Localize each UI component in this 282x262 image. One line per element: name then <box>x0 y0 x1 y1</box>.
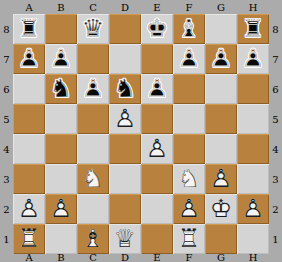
file-labels-top: ABCDEFGH <box>13 0 269 14</box>
rank-label-4-right: 4 <box>269 134 282 164</box>
piece-glyph-line: ♙ <box>13 194 45 224</box>
square-a3[interactable] <box>13 164 45 194</box>
square-g1[interactable] <box>205 224 237 254</box>
square-c4[interactable] <box>77 134 109 164</box>
file-label-d-bottom: D <box>109 252 141 262</box>
piece-black-knight[interactable]: ♞♘ <box>109 74 141 104</box>
file-label-f-top: F <box>173 0 205 14</box>
square-d5[interactable]: ♟♙ <box>109 104 141 134</box>
file-label-b-bottom: B <box>45 252 77 262</box>
piece-black-queen[interactable]: ♛♕ <box>77 14 109 44</box>
rank-label-8-right: 8 <box>269 14 282 44</box>
rank-labels-left: 87654321 <box>0 14 13 254</box>
piece-glyph-line: ♘ <box>45 74 77 104</box>
rank-label-4-left: 4 <box>0 134 13 164</box>
rank-label-2-right: 2 <box>269 194 282 224</box>
rank-label-2-left: 2 <box>0 194 13 224</box>
piece-glyph-line: ♙ <box>237 44 269 74</box>
file-label-g-top: G <box>205 0 237 14</box>
piece-glyph-line: ♖ <box>13 14 45 44</box>
piece-glyph-line: ♙ <box>237 194 269 224</box>
square-d4[interactable] <box>109 134 141 164</box>
file-label-h-bottom: H <box>237 252 269 262</box>
square-f5[interactable] <box>173 104 205 134</box>
square-e1[interactable] <box>141 224 173 254</box>
piece-white-pawn[interactable]: ♟♙ <box>141 134 173 164</box>
square-h2[interactable]: ♟♙ <box>237 194 269 224</box>
rank-label-7-right: 7 <box>269 44 282 74</box>
square-a8[interactable]: ♜♖ <box>13 14 45 44</box>
rank-label-1-right: 1 <box>269 224 282 254</box>
square-g2[interactable]: ♚♔ <box>205 194 237 224</box>
piece-glyph-line: ♗ <box>173 14 205 44</box>
piece-glyph-line: ♙ <box>77 74 109 104</box>
square-a6[interactable] <box>13 74 45 104</box>
rank-label-6-right: 6 <box>269 74 282 104</box>
piece-white-knight[interactable]: ♞♘ <box>77 164 109 194</box>
square-a5[interactable] <box>13 104 45 134</box>
rank-label-3-left: 3 <box>0 164 13 194</box>
square-d7[interactable] <box>109 44 141 74</box>
square-b8[interactable] <box>45 14 77 44</box>
square-h7[interactable]: ♟♙ <box>237 44 269 74</box>
square-c8[interactable]: ♛♕ <box>77 14 109 44</box>
piece-glyph-line: ♕ <box>109 224 141 254</box>
square-e2[interactable] <box>141 194 173 224</box>
piece-glyph-line: ♘ <box>173 164 205 194</box>
square-b1[interactable] <box>45 224 77 254</box>
file-label-d-top: D <box>109 0 141 14</box>
chess-board: ♜♖♛♕♚♔♝♗♜♖♟♙♟♙♟♙♟♙♟♙♞♘♟♙♞♘♟♙♟♙♟♙♞♘♞♘♟♙♟♙… <box>13 14 269 254</box>
piece-glyph-line: ♘ <box>77 164 109 194</box>
rank-label-1-left: 1 <box>0 224 13 254</box>
square-b4[interactable] <box>45 134 77 164</box>
piece-glyph-line: ♖ <box>237 14 269 44</box>
square-a2[interactable]: ♟♙ <box>13 194 45 224</box>
piece-black-pawn[interactable]: ♟♙ <box>77 74 109 104</box>
piece-glyph-line: ♙ <box>141 74 173 104</box>
square-h6[interactable] <box>237 74 269 104</box>
piece-white-pawn[interactable]: ♟♙ <box>205 164 237 194</box>
piece-black-rook[interactable]: ♜♖ <box>237 14 269 44</box>
square-d1[interactable]: ♛♕ <box>109 224 141 254</box>
rank-label-7-left: 7 <box>0 44 13 74</box>
piece-black-pawn[interactable]: ♟♙ <box>45 44 77 74</box>
square-b3[interactable] <box>45 164 77 194</box>
rank-label-5-left: 5 <box>0 104 13 134</box>
square-c3[interactable]: ♞♘ <box>77 164 109 194</box>
piece-white-bishop[interactable]: ♝♗ <box>77 224 109 254</box>
square-d3[interactable] <box>109 164 141 194</box>
piece-white-knight[interactable]: ♞♘ <box>173 164 205 194</box>
rank-label-5-right: 5 <box>269 104 282 134</box>
piece-white-pawn[interactable]: ♟♙ <box>109 104 141 134</box>
square-c2[interactable] <box>77 194 109 224</box>
square-a1[interactable]: ♜♖ <box>13 224 45 254</box>
square-f2[interactable]: ♟♙ <box>173 194 205 224</box>
piece-black-pawn[interactable]: ♟♙ <box>13 44 45 74</box>
piece-glyph-line: ♙ <box>109 104 141 134</box>
file-label-c-top: C <box>77 0 109 14</box>
piece-white-pawn[interactable]: ♟♙ <box>13 194 45 224</box>
square-d8[interactable] <box>109 14 141 44</box>
piece-glyph-line: ♗ <box>77 224 109 254</box>
square-e6[interactable]: ♟♙ <box>141 74 173 104</box>
square-a4[interactable] <box>13 134 45 164</box>
file-label-c-bottom: C <box>77 252 109 262</box>
piece-white-rook[interactable]: ♜♖ <box>13 224 45 254</box>
rank-label-8-left: 8 <box>0 14 13 44</box>
file-label-e-top: E <box>141 0 173 14</box>
square-f3[interactable]: ♞♘ <box>173 164 205 194</box>
piece-black-rook[interactable]: ♜♖ <box>13 14 45 44</box>
chess-board-app: ABCDEFGH 87654321 ♜♖♛♕♚♔♝♗♜♖♟♙♟♙♟♙♟♙♟♙♞♘… <box>0 0 282 262</box>
piece-glyph-line: ♙ <box>173 44 205 74</box>
piece-white-pawn[interactable]: ♟♙ <box>237 194 269 224</box>
file-labels-bottom: ABCDEFGH <box>13 254 269 262</box>
piece-black-king[interactable]: ♚♔ <box>141 14 173 44</box>
rank-labels-right: 87654321 <box>269 14 282 254</box>
square-b7[interactable]: ♟♙ <box>45 44 77 74</box>
piece-glyph-line: ♙ <box>45 44 77 74</box>
piece-glyph-line: ♔ <box>205 194 237 224</box>
square-b5[interactable] <box>45 104 77 134</box>
square-f7[interactable]: ♟♙ <box>173 44 205 74</box>
square-h8[interactable]: ♜♖ <box>237 14 269 44</box>
square-f6[interactable] <box>173 74 205 104</box>
rank-label-6-left: 6 <box>0 74 13 104</box>
square-g8[interactable] <box>205 14 237 44</box>
piece-glyph-line: ♖ <box>13 224 45 254</box>
file-label-e-bottom: E <box>141 252 173 262</box>
piece-glyph-line: ♖ <box>173 224 205 254</box>
square-b2[interactable]: ♟♙ <box>45 194 77 224</box>
piece-black-pawn[interactable]: ♟♙ <box>205 44 237 74</box>
file-label-a-bottom: A <box>13 252 45 262</box>
square-h1[interactable] <box>237 224 269 254</box>
square-h4[interactable] <box>237 134 269 164</box>
piece-white-queen[interactable]: ♛♕ <box>109 224 141 254</box>
square-c5[interactable] <box>77 104 109 134</box>
piece-glyph-line: ♙ <box>13 44 45 74</box>
piece-glyph-line: ♘ <box>109 74 141 104</box>
piece-glyph-line: ♙ <box>45 194 77 224</box>
square-c7[interactable] <box>77 44 109 74</box>
square-h3[interactable] <box>237 164 269 194</box>
piece-black-pawn[interactable]: ♟♙ <box>173 44 205 74</box>
piece-glyph-line: ♙ <box>205 164 237 194</box>
rank-label-3-right: 3 <box>269 164 282 194</box>
piece-glyph-line: ♙ <box>173 194 205 224</box>
file-label-f-bottom: F <box>173 252 205 262</box>
square-g6[interactable] <box>205 74 237 104</box>
piece-black-pawn[interactable]: ♟♙ <box>237 44 269 74</box>
square-g5[interactable] <box>205 104 237 134</box>
square-g3[interactable]: ♟♙ <box>205 164 237 194</box>
piece-white-king[interactable]: ♚♔ <box>205 194 237 224</box>
square-g4[interactable] <box>205 134 237 164</box>
piece-black-knight[interactable]: ♞♘ <box>45 74 77 104</box>
piece-glyph-line: ♙ <box>141 134 173 164</box>
square-e3[interactable] <box>141 164 173 194</box>
square-e7[interactable] <box>141 44 173 74</box>
piece-white-pawn[interactable]: ♟♙ <box>173 194 205 224</box>
piece-black-pawn[interactable]: ♟♙ <box>141 74 173 104</box>
piece-white-rook[interactable]: ♜♖ <box>173 224 205 254</box>
piece-white-pawn[interactable]: ♟♙ <box>45 194 77 224</box>
square-f1[interactable]: ♜♖ <box>173 224 205 254</box>
square-c6[interactable]: ♟♙ <box>77 74 109 104</box>
file-label-a-top: A <box>13 0 45 14</box>
file-label-g-bottom: G <box>205 252 237 262</box>
piece-glyph-line: ♕ <box>77 14 109 44</box>
square-h5[interactable] <box>237 104 269 134</box>
file-label-h-top: H <box>237 0 269 14</box>
square-e4[interactable]: ♟♙ <box>141 134 173 164</box>
piece-glyph-line: ♔ <box>141 14 173 44</box>
square-d6[interactable]: ♞♘ <box>109 74 141 104</box>
square-f4[interactable] <box>173 134 205 164</box>
piece-black-bishop[interactable]: ♝♗ <box>173 14 205 44</box>
square-e5[interactable] <box>141 104 173 134</box>
piece-glyph-line: ♙ <box>205 44 237 74</box>
square-d2[interactable] <box>109 194 141 224</box>
square-b6[interactable]: ♞♘ <box>45 74 77 104</box>
square-a7[interactable]: ♟♙ <box>13 44 45 74</box>
square-e8[interactable]: ♚♔ <box>141 14 173 44</box>
file-label-b-top: B <box>45 0 77 14</box>
square-c1[interactable]: ♝♗ <box>77 224 109 254</box>
square-g7[interactable]: ♟♙ <box>205 44 237 74</box>
square-f8[interactable]: ♝♗ <box>173 14 205 44</box>
